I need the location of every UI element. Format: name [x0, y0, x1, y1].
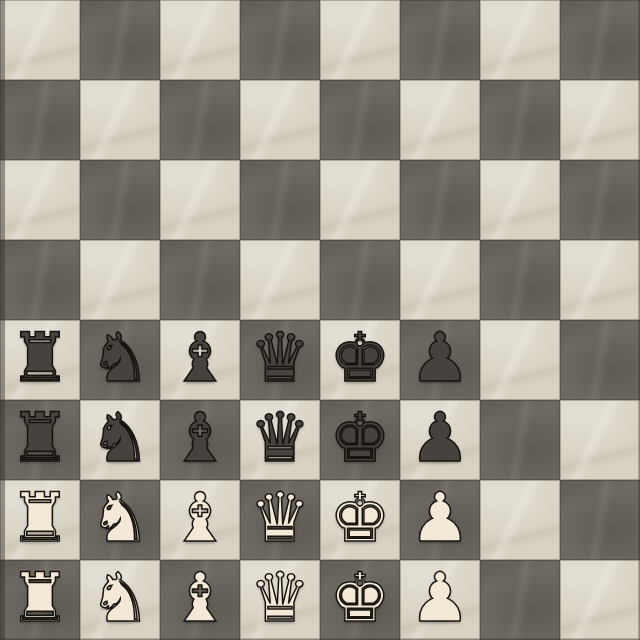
white-queen-piece: ♛ [250, 564, 311, 632]
square-a7[interactable] [0, 80, 80, 160]
square-b1[interactable]: ♞ [80, 560, 160, 640]
square-g1[interactable] [480, 560, 560, 640]
square-b7[interactable] [80, 80, 160, 160]
black-knight-piece: ♞ [90, 324, 151, 392]
white-bishop-piece: ♝ [170, 564, 231, 632]
chess-board: ♜♞♝♛♚♟♜♞♝♛♚♟♜♞♝♛♚♟♜♞♝♛♚♟ [0, 0, 640, 640]
black-rook-piece: ♜ [10, 324, 71, 392]
square-g4[interactable] [480, 320, 560, 400]
black-queen-piece: ♛ [250, 404, 311, 472]
square-c5[interactable] [160, 240, 240, 320]
square-f1[interactable]: ♟ [400, 560, 480, 640]
square-c2[interactable]: ♝ [160, 480, 240, 560]
square-d3[interactable]: ♛ [240, 400, 320, 480]
square-c3[interactable]: ♝ [160, 400, 240, 480]
square-h7[interactable] [560, 80, 640, 160]
square-b5[interactable] [80, 240, 160, 320]
white-pawn-piece: ♟ [410, 564, 471, 632]
white-king-piece: ♚ [330, 484, 391, 552]
black-king-piece: ♚ [330, 404, 391, 472]
square-e2[interactable]: ♚ [320, 480, 400, 560]
square-a8[interactable] [0, 0, 80, 80]
square-d5[interactable] [240, 240, 320, 320]
square-c4[interactable]: ♝ [160, 320, 240, 400]
square-f6[interactable] [400, 160, 480, 240]
square-a6[interactable] [0, 160, 80, 240]
square-e5[interactable] [320, 240, 400, 320]
square-f3[interactable]: ♟ [400, 400, 480, 480]
square-d6[interactable] [240, 160, 320, 240]
square-c1[interactable]: ♝ [160, 560, 240, 640]
square-h2[interactable] [560, 480, 640, 560]
square-b2[interactable]: ♞ [80, 480, 160, 560]
square-f2[interactable]: ♟ [400, 480, 480, 560]
black-knight-piece: ♞ [90, 404, 151, 472]
square-h4[interactable] [560, 320, 640, 400]
square-h5[interactable] [560, 240, 640, 320]
square-a5[interactable] [0, 240, 80, 320]
square-a3[interactable]: ♜ [0, 400, 80, 480]
square-g2[interactable] [480, 480, 560, 560]
square-f5[interactable] [400, 240, 480, 320]
square-f4[interactable]: ♟ [400, 320, 480, 400]
square-d1[interactable]: ♛ [240, 560, 320, 640]
square-c8[interactable] [160, 0, 240, 80]
square-e4[interactable]: ♚ [320, 320, 400, 400]
square-a4[interactable]: ♜ [0, 320, 80, 400]
black-pawn-piece: ♟ [410, 324, 471, 392]
square-c7[interactable] [160, 80, 240, 160]
square-g5[interactable] [480, 240, 560, 320]
square-c6[interactable] [160, 160, 240, 240]
square-d2[interactable]: ♛ [240, 480, 320, 560]
square-h6[interactable] [560, 160, 640, 240]
square-g7[interactable] [480, 80, 560, 160]
square-e7[interactable] [320, 80, 400, 160]
square-g3[interactable] [480, 400, 560, 480]
white-queen-piece: ♛ [250, 484, 311, 552]
square-b4[interactable]: ♞ [80, 320, 160, 400]
square-d8[interactable] [240, 0, 320, 80]
square-e8[interactable] [320, 0, 400, 80]
square-e6[interactable] [320, 160, 400, 240]
black-bishop-piece: ♝ [170, 324, 231, 392]
white-rook-piece: ♜ [10, 564, 71, 632]
white-knight-piece: ♞ [90, 484, 151, 552]
square-f7[interactable] [400, 80, 480, 160]
square-h8[interactable] [560, 0, 640, 80]
white-pawn-piece: ♟ [410, 484, 471, 552]
square-g6[interactable] [480, 160, 560, 240]
white-bishop-piece: ♝ [170, 484, 231, 552]
square-b6[interactable] [80, 160, 160, 240]
black-rook-piece: ♜ [10, 404, 71, 472]
square-h3[interactable] [560, 400, 640, 480]
white-rook-piece: ♜ [10, 484, 71, 552]
square-d4[interactable]: ♛ [240, 320, 320, 400]
square-a1[interactable]: ♜ [0, 560, 80, 640]
square-b3[interactable]: ♞ [80, 400, 160, 480]
square-d7[interactable] [240, 80, 320, 160]
square-f8[interactable] [400, 0, 480, 80]
square-a2[interactable]: ♜ [0, 480, 80, 560]
black-queen-piece: ♛ [250, 324, 311, 392]
square-e1[interactable]: ♚ [320, 560, 400, 640]
white-king-piece: ♚ [330, 564, 391, 632]
black-king-piece: ♚ [330, 324, 391, 392]
square-g8[interactable] [480, 0, 560, 80]
black-pawn-piece: ♟ [410, 404, 471, 472]
square-b8[interactable] [80, 0, 160, 80]
square-e3[interactable]: ♚ [320, 400, 400, 480]
black-bishop-piece: ♝ [170, 404, 231, 472]
white-knight-piece: ♞ [90, 564, 151, 632]
square-h1[interactable] [560, 560, 640, 640]
